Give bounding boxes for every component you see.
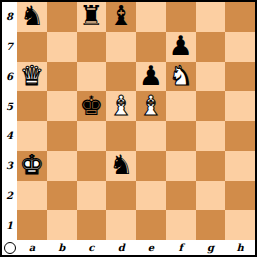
file-label-e: e: [136, 240, 166, 255]
square-h7[interactable]: [225, 32, 255, 62]
file-label-g: g: [196, 240, 226, 255]
square-f4[interactable]: [166, 121, 196, 151]
piece-black-knight[interactable]: ♞: [20, 2, 44, 29]
rank-label-5: 5: [2, 91, 17, 121]
chess-board: 8♞♜♝7♟6♛♟♞5♚♝♝43♚♞21abcdefgh: [2, 2, 255, 255]
square-h5[interactable]: [225, 91, 255, 121]
square-e5[interactable]: ♝: [136, 91, 166, 121]
square-a6[interactable]: ♛: [17, 62, 47, 92]
square-a7[interactable]: [17, 32, 47, 62]
square-c2[interactable]: [77, 181, 107, 211]
square-e3[interactable]: [136, 151, 166, 181]
square-g6[interactable]: [196, 62, 226, 92]
square-b5[interactable]: [47, 91, 77, 121]
square-f8[interactable]: [166, 2, 196, 32]
square-c8[interactable]: ♜: [77, 2, 107, 32]
square-c4[interactable]: [77, 121, 107, 151]
rank-label-2: 2: [2, 181, 17, 211]
file-label-d: d: [106, 240, 136, 255]
square-g1[interactable]: [196, 210, 226, 240]
square-g4[interactable]: [196, 121, 226, 151]
piece-white-knight[interactable]: ♞: [169, 62, 193, 89]
square-a8[interactable]: ♞: [17, 2, 47, 32]
file-label-f: f: [166, 240, 196, 255]
piece-black-pawn[interactable]: ♟: [169, 32, 193, 59]
square-h4[interactable]: [225, 121, 255, 151]
square-d3[interactable]: ♞: [106, 151, 136, 181]
square-a1[interactable]: [17, 210, 47, 240]
square-d2[interactable]: [106, 181, 136, 211]
square-g8[interactable]: [196, 2, 226, 32]
square-a5[interactable]: [17, 91, 47, 121]
square-h1[interactable]: [225, 210, 255, 240]
piece-black-king[interactable]: ♚: [79, 92, 103, 119]
square-h8[interactable]: [225, 2, 255, 32]
rank-label-3: 3: [2, 151, 17, 181]
square-a2[interactable]: [17, 181, 47, 211]
square-a4[interactable]: [17, 121, 47, 151]
square-d1[interactable]: [106, 210, 136, 240]
square-e6[interactable]: ♟: [136, 62, 166, 92]
square-c3[interactable]: [77, 151, 107, 181]
square-c7[interactable]: [77, 32, 107, 62]
square-e8[interactable]: [136, 2, 166, 32]
square-b2[interactable]: [47, 181, 77, 211]
piece-black-pawn[interactable]: ♟: [139, 62, 163, 89]
square-a3[interactable]: ♚: [17, 151, 47, 181]
square-c6[interactable]: [77, 62, 107, 92]
piece-white-queen[interactable]: ♛: [20, 62, 44, 89]
square-e4[interactable]: [136, 121, 166, 151]
square-f2[interactable]: [166, 181, 196, 211]
square-c1[interactable]: [77, 210, 107, 240]
piece-black-bishop[interactable]: ♝: [109, 2, 133, 29]
file-label-a: a: [17, 240, 47, 255]
square-b8[interactable]: [47, 2, 77, 32]
piece-white-bishop[interactable]: ♝: [139, 92, 163, 119]
square-f5[interactable]: [166, 91, 196, 121]
rank-label-6: 6: [2, 62, 17, 92]
square-d4[interactable]: [106, 121, 136, 151]
square-h3[interactable]: [225, 151, 255, 181]
piece-black-knight[interactable]: ♞: [109, 151, 133, 178]
board-corner: [2, 240, 17, 255]
side-to-move-indicator: [4, 242, 16, 254]
square-d7[interactable]: [106, 32, 136, 62]
square-b7[interactable]: [47, 32, 77, 62]
piece-white-king[interactable]: ♚: [20, 151, 44, 178]
rank-label-7: 7: [2, 32, 17, 62]
square-g2[interactable]: [196, 181, 226, 211]
square-g3[interactable]: [196, 151, 226, 181]
square-e2[interactable]: [136, 181, 166, 211]
file-label-h: h: [225, 240, 255, 255]
square-f7[interactable]: ♟: [166, 32, 196, 62]
square-h2[interactable]: [225, 181, 255, 211]
square-b6[interactable]: [47, 62, 77, 92]
rank-label-1: 1: [2, 210, 17, 240]
square-d8[interactable]: ♝: [106, 2, 136, 32]
square-d6[interactable]: [106, 62, 136, 92]
rank-label-4: 4: [2, 121, 17, 151]
chess-diagram: 8♞♜♝7♟6♛♟♞5♚♝♝43♚♞21abcdefgh: [0, 0, 257, 257]
square-e1[interactable]: [136, 210, 166, 240]
square-e7[interactable]: [136, 32, 166, 62]
square-c5[interactable]: ♚: [77, 91, 107, 121]
square-f1[interactable]: [166, 210, 196, 240]
file-label-c: c: [77, 240, 107, 255]
square-f6[interactable]: ♞: [166, 62, 196, 92]
square-b4[interactable]: [47, 121, 77, 151]
square-h6[interactable]: [225, 62, 255, 92]
square-b3[interactable]: [47, 151, 77, 181]
file-label-b: b: [47, 240, 77, 255]
square-f3[interactable]: [166, 151, 196, 181]
piece-white-bishop[interactable]: ♝: [109, 92, 133, 119]
piece-black-rook[interactable]: ♜: [79, 2, 103, 29]
square-g7[interactable]: [196, 32, 226, 62]
square-d5[interactable]: ♝: [106, 91, 136, 121]
square-b1[interactable]: [47, 210, 77, 240]
square-g5[interactable]: [196, 91, 226, 121]
rank-label-8: 8: [2, 2, 17, 32]
